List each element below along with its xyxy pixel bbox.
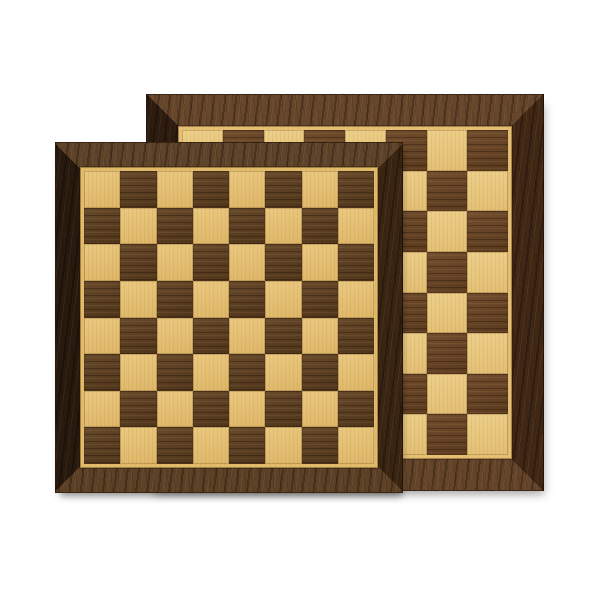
square-h7-back: [467, 171, 508, 212]
square-h3-front: [338, 354, 374, 391]
square-h1-front: [338, 427, 374, 464]
square-g4-back: [427, 293, 468, 334]
square-b1-front: [120, 427, 156, 464]
square-h4-back: [467, 293, 508, 334]
square-g7-front: [302, 208, 338, 245]
square-e3-front: [229, 354, 265, 391]
square-f7-front: [265, 208, 301, 245]
square-a3-front: [84, 354, 120, 391]
square-g4-front: [302, 318, 338, 355]
square-g7-back: [427, 171, 468, 212]
square-e8-front: [229, 171, 265, 208]
square-c3-front: [157, 354, 193, 391]
square-b7-front: [120, 208, 156, 245]
chessboard-front-grid: [84, 171, 374, 464]
square-f5-front: [265, 281, 301, 318]
square-b3-front: [120, 354, 156, 391]
square-f1-front: [265, 427, 301, 464]
square-c1-front: [157, 427, 193, 464]
square-h8-back: [467, 130, 508, 171]
square-g6-front: [302, 244, 338, 281]
square-c5-front: [157, 281, 193, 318]
square-h4-front: [338, 318, 374, 355]
square-a2-front: [84, 391, 120, 428]
square-a5-front: [84, 281, 120, 318]
square-b6-front: [120, 244, 156, 281]
square-c6-front: [157, 244, 193, 281]
square-f8-front: [265, 171, 301, 208]
square-h8-front: [338, 171, 374, 208]
square-h1-back: [467, 414, 508, 455]
square-h2-back: [467, 374, 508, 415]
square-g1-back: [427, 414, 468, 455]
square-a4-front: [84, 318, 120, 355]
square-h6-front: [338, 244, 374, 281]
square-g2-front: [302, 391, 338, 428]
square-b5-front: [120, 281, 156, 318]
square-b4-front: [120, 318, 156, 355]
square-e5-front: [229, 281, 265, 318]
square-g8-front: [302, 171, 338, 208]
square-g3-back: [427, 333, 468, 374]
square-a6-front: [84, 244, 120, 281]
square-d1-front: [193, 427, 229, 464]
square-h2-front: [338, 391, 374, 428]
square-c2-front: [157, 391, 193, 428]
square-d6-front: [193, 244, 229, 281]
square-d3-front: [193, 354, 229, 391]
square-e7-front: [229, 208, 265, 245]
product-photo-two-chessboards: [0, 0, 600, 600]
square-g5-front: [302, 281, 338, 318]
square-a1-front: [84, 427, 120, 464]
square-g2-back: [427, 374, 468, 415]
chessboard-front: [55, 142, 403, 493]
square-d8-front: [193, 171, 229, 208]
square-d4-front: [193, 318, 229, 355]
square-e2-front: [229, 391, 265, 428]
square-b8-front: [120, 171, 156, 208]
square-f3-front: [265, 354, 301, 391]
square-g3-front: [302, 354, 338, 391]
square-e4-front: [229, 318, 265, 355]
square-g5-back: [427, 252, 468, 293]
square-f6-front: [265, 244, 301, 281]
square-g6-back: [427, 211, 468, 252]
square-d5-front: [193, 281, 229, 318]
square-c4-front: [157, 318, 193, 355]
square-e1-front: [229, 427, 265, 464]
square-h5-back: [467, 252, 508, 293]
square-e6-front: [229, 244, 265, 281]
square-b2-front: [120, 391, 156, 428]
square-a8-front: [84, 171, 120, 208]
square-c7-front: [157, 208, 193, 245]
square-h5-front: [338, 281, 374, 318]
square-h6-back: [467, 211, 508, 252]
square-c8-front: [157, 171, 193, 208]
square-h3-back: [467, 333, 508, 374]
square-a7-front: [84, 208, 120, 245]
square-d7-front: [193, 208, 229, 245]
square-f4-front: [265, 318, 301, 355]
square-g1-front: [302, 427, 338, 464]
square-f2-front: [265, 391, 301, 428]
chessboard-front-playfield: [80, 167, 378, 468]
square-h7-front: [338, 208, 374, 245]
square-d2-front: [193, 391, 229, 428]
square-g8-back: [427, 130, 468, 171]
